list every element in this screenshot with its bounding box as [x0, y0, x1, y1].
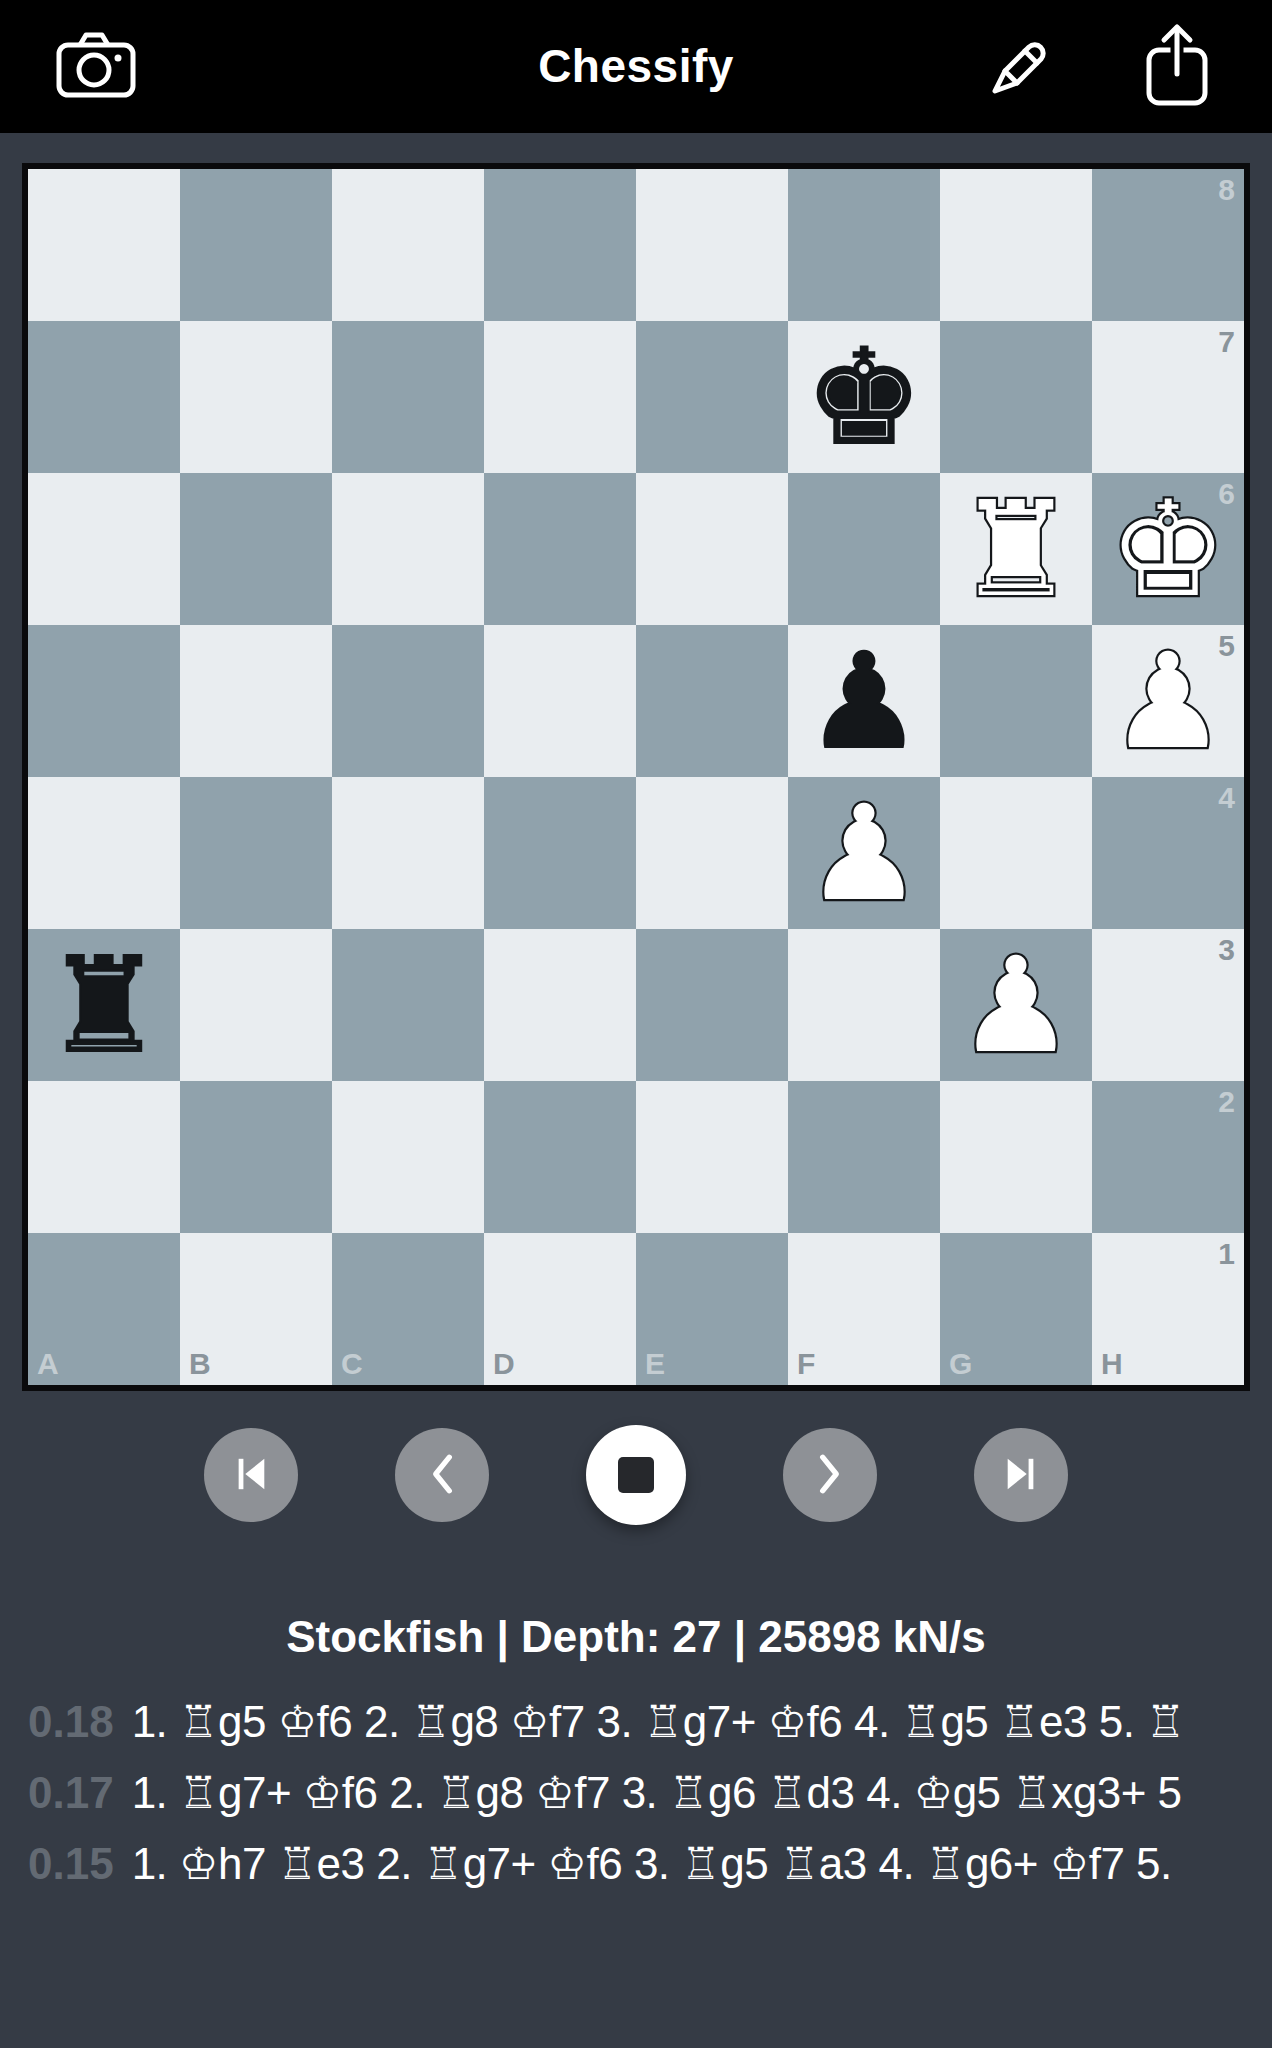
- square-f3[interactable]: [788, 929, 940, 1081]
- square-h6[interactable]: 6♚: [1092, 473, 1244, 625]
- skip-to-end-button[interactable]: [974, 1428, 1068, 1522]
- move-controls: [0, 1425, 1272, 1525]
- rank-label-8: 8: [1218, 175, 1235, 205]
- rank-label-1: 1: [1218, 1239, 1235, 1269]
- square-f1[interactable]: F: [788, 1233, 940, 1385]
- square-d5[interactable]: [484, 625, 636, 777]
- square-c4[interactable]: [332, 777, 484, 929]
- page-title: Chessify: [0, 0, 1272, 133]
- chessify-app: Chessify: [0, 0, 1272, 2048]
- pencil-icon: [980, 30, 1052, 102]
- square-g4[interactable]: [940, 777, 1092, 929]
- square-g3[interactable]: ♟: [940, 929, 1092, 1081]
- square-g8[interactable]: [940, 169, 1092, 321]
- file-label-A: A: [37, 1349, 59, 1379]
- file-label-G: G: [949, 1349, 972, 1379]
- square-b6[interactable]: [180, 473, 332, 625]
- square-c2[interactable]: [332, 1081, 484, 1233]
- square-f6[interactable]: [788, 473, 940, 625]
- square-a4[interactable]: [28, 777, 180, 929]
- move-sequence: 1. ♔h7 ♖e3 2. ♖g7+ ♔f6 3. ♖g5 ♖a3 4. ♖g6…: [132, 1838, 1172, 1889]
- square-g6[interactable]: ♜: [940, 473, 1092, 625]
- square-e4[interactable]: [636, 777, 788, 929]
- square-a5[interactable]: [28, 625, 180, 777]
- black-rook: ♜: [28, 929, 180, 1081]
- skip-to-start-button[interactable]: [204, 1428, 298, 1522]
- stop-icon: [618, 1457, 654, 1493]
- square-c6[interactable]: [332, 473, 484, 625]
- board-grid: 8♚7♜6♚♟5♟♟4♜♟32ABCDEFG1H: [28, 169, 1244, 1385]
- square-g1[interactable]: G: [940, 1233, 1092, 1385]
- square-h3[interactable]: 3: [1092, 929, 1244, 1081]
- square-a2[interactable]: [28, 1081, 180, 1233]
- square-c1[interactable]: C: [332, 1233, 484, 1385]
- square-f2[interactable]: [788, 1081, 940, 1233]
- square-c7[interactable]: [332, 321, 484, 473]
- square-e3[interactable]: [636, 929, 788, 1081]
- engine-line-3[interactable]: 0.15 1. ♔h7 ♖e3 2. ♖g7+ ♔f6 3. ♖g5 ♖a3 4…: [0, 1828, 1272, 1899]
- engine-line-1[interactable]: 0.18 1. ♖g5 ♔f6 2. ♖g8 ♔f7 3. ♖g7+ ♔f6 4…: [0, 1686, 1272, 1757]
- square-b4[interactable]: [180, 777, 332, 929]
- eval-score: 0.18: [28, 1697, 114, 1747]
- skip-to-end-icon: [1002, 1455, 1040, 1496]
- next-move-button[interactable]: [783, 1428, 877, 1522]
- file-label-E: E: [645, 1349, 665, 1379]
- square-d8[interactable]: [484, 169, 636, 321]
- square-a1[interactable]: A: [28, 1233, 180, 1385]
- square-f4[interactable]: ♟: [788, 777, 940, 929]
- stop-button[interactable]: [586, 1425, 686, 1525]
- engine-status: Stockfish | Depth: 27 | 25898 kN/s: [0, 1612, 1272, 1662]
- eval-score: 0.15: [28, 1839, 114, 1889]
- square-e7[interactable]: [636, 321, 788, 473]
- black-pawn: ♟: [788, 625, 940, 777]
- square-c8[interactable]: [332, 169, 484, 321]
- square-e8[interactable]: [636, 169, 788, 321]
- square-h7[interactable]: 7: [1092, 321, 1244, 473]
- square-b3[interactable]: [180, 929, 332, 1081]
- square-f7[interactable]: ♚: [788, 321, 940, 473]
- square-h8[interactable]: 8: [1092, 169, 1244, 321]
- share-icon: [1144, 22, 1210, 108]
- file-label-D: D: [493, 1349, 515, 1379]
- rank-label-2: 2: [1218, 1087, 1235, 1117]
- square-a6[interactable]: [28, 473, 180, 625]
- square-d2[interactable]: [484, 1081, 636, 1233]
- white-king: ♚: [1092, 473, 1244, 625]
- top-bar: Chessify: [0, 0, 1272, 133]
- file-label-C: C: [341, 1349, 363, 1379]
- file-label-F: F: [797, 1349, 815, 1379]
- eval-score: 0.17: [28, 1768, 114, 1818]
- square-b2[interactable]: [180, 1081, 332, 1233]
- edit-button[interactable]: [980, 30, 1052, 102]
- square-e5[interactable]: [636, 625, 788, 777]
- square-g7[interactable]: [940, 321, 1092, 473]
- rank-label-7: 7: [1218, 327, 1235, 357]
- square-c3[interactable]: [332, 929, 484, 1081]
- square-h5[interactable]: 5♟: [1092, 625, 1244, 777]
- white-rook: ♜: [940, 473, 1092, 625]
- square-a8[interactable]: [28, 169, 180, 321]
- square-a7[interactable]: [28, 321, 180, 473]
- square-f5[interactable]: ♟: [788, 625, 940, 777]
- square-g5[interactable]: [940, 625, 1092, 777]
- square-d6[interactable]: [484, 473, 636, 625]
- move-sequence: 1. ♖g7+ ♔f6 2. ♖g8 ♔f7 3. ♖g6 ♖d3 4. ♔g5…: [132, 1767, 1182, 1818]
- square-b7[interactable]: [180, 321, 332, 473]
- square-b1[interactable]: B: [180, 1233, 332, 1385]
- skip-to-start-icon: [232, 1455, 270, 1496]
- square-h1[interactable]: 1H: [1092, 1233, 1244, 1385]
- file-label-H: H: [1101, 1349, 1123, 1379]
- square-d7[interactable]: [484, 321, 636, 473]
- move-sequence: 1. ♖g5 ♔f6 2. ♖g8 ♔f7 3. ♖g7+ ♔f6 4. ♖g5…: [132, 1696, 1185, 1747]
- white-pawn: ♟: [1092, 625, 1244, 777]
- rank-label-3: 3: [1218, 935, 1235, 965]
- square-e6[interactable]: [636, 473, 788, 625]
- engine-lines: 0.18 1. ♖g5 ♔f6 2. ♖g8 ♔f7 3. ♖g7+ ♔f6 4…: [0, 1686, 1272, 1899]
- square-h2[interactable]: 2: [1092, 1081, 1244, 1233]
- square-b8[interactable]: [180, 169, 332, 321]
- white-pawn: ♟: [940, 929, 1092, 1081]
- square-d3[interactable]: [484, 929, 636, 1081]
- chess-board: 8♚7♜6♚♟5♟♟4♜♟32ABCDEFG1H: [22, 163, 1250, 1391]
- square-e2[interactable]: [636, 1081, 788, 1233]
- square-h4[interactable]: 4: [1092, 777, 1244, 929]
- chevron-left-icon: [429, 1453, 455, 1498]
- square-b5[interactable]: [180, 625, 332, 777]
- previous-move-button[interactable]: [395, 1428, 489, 1522]
- square-c5[interactable]: [332, 625, 484, 777]
- file-label-B: B: [189, 1349, 211, 1379]
- chevron-right-icon: [817, 1453, 843, 1498]
- square-d4[interactable]: [484, 777, 636, 929]
- square-g2[interactable]: [940, 1081, 1092, 1233]
- white-pawn: ♟: [788, 777, 940, 929]
- square-d1[interactable]: D: [484, 1233, 636, 1385]
- engine-line-2[interactable]: 0.17 1. ♖g7+ ♔f6 2. ♖g8 ♔f7 3. ♖g6 ♖d3 4…: [0, 1757, 1272, 1828]
- share-button[interactable]: [1144, 22, 1210, 108]
- black-king: ♚: [788, 321, 940, 473]
- rank-label-4: 4: [1218, 783, 1235, 813]
- square-e1[interactable]: E: [636, 1233, 788, 1385]
- square-a3[interactable]: ♜: [28, 929, 180, 1081]
- square-f8[interactable]: [788, 169, 940, 321]
